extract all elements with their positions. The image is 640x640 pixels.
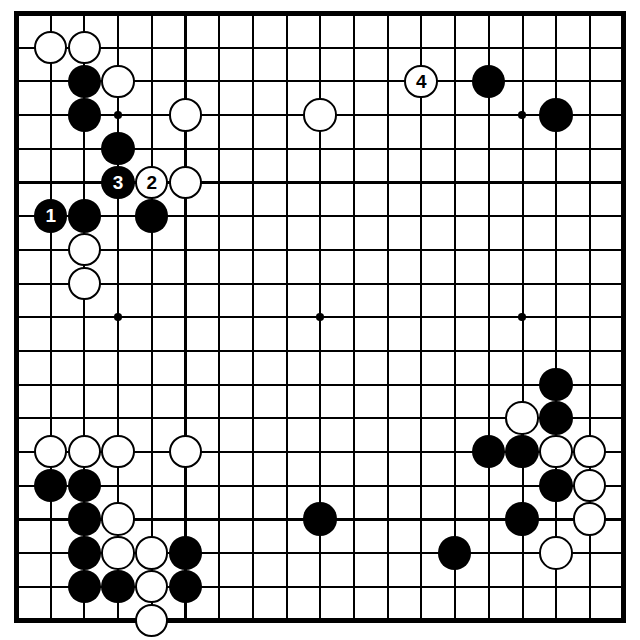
black-stone xyxy=(101,132,134,165)
white-stone-cell xyxy=(168,165,202,199)
white-stone xyxy=(505,401,538,434)
black-stone-cell xyxy=(539,469,573,503)
black-stone xyxy=(68,536,101,569)
white-stone xyxy=(34,435,67,468)
black-stone xyxy=(68,570,101,603)
white-stone-cell xyxy=(573,469,607,503)
white-stone xyxy=(101,65,134,98)
white-stone xyxy=(68,435,101,468)
white-stone-cell xyxy=(67,267,101,301)
board-grid: 4321 xyxy=(0,0,640,637)
white-stone-cell: 4 xyxy=(404,64,438,98)
white-stone xyxy=(169,98,202,131)
black-stone-cell xyxy=(438,536,472,570)
star-point-dot xyxy=(518,111,526,119)
white-stone xyxy=(101,502,134,535)
black-stone-cell xyxy=(67,64,101,98)
white-stone-cell xyxy=(101,435,135,469)
star-point-dot xyxy=(518,313,526,321)
white-stone-cell xyxy=(135,603,169,637)
star-point-dot xyxy=(316,313,324,321)
star-point xyxy=(101,98,135,132)
black-stone xyxy=(472,65,505,98)
black-stone-cell xyxy=(303,502,337,536)
black-stone: 1 xyxy=(34,199,67,232)
white-stone-cell: 2 xyxy=(135,165,169,199)
white-stone-cell xyxy=(573,502,607,536)
black-stone-cell xyxy=(101,132,135,166)
black-stone-cell xyxy=(539,401,573,435)
black-stone xyxy=(135,199,168,232)
white-stone-cell xyxy=(101,502,135,536)
black-stone-cell xyxy=(34,469,68,503)
black-stone-cell xyxy=(472,64,506,98)
white-stone-cell xyxy=(505,401,539,435)
black-stone-cell xyxy=(67,570,101,604)
white-stone: 4 xyxy=(404,65,437,98)
white-stone xyxy=(303,98,336,131)
white-stone xyxy=(68,31,101,64)
black-stone-cell xyxy=(67,469,101,503)
white-stone xyxy=(573,469,606,502)
white-stone xyxy=(135,570,168,603)
white-stone xyxy=(68,233,101,266)
white-stone-cell xyxy=(135,570,169,604)
black-stone xyxy=(539,469,572,502)
black-stone xyxy=(505,502,538,535)
black-stone-cell xyxy=(135,199,169,233)
move-number: 3 xyxy=(113,172,123,191)
white-stone xyxy=(169,166,202,199)
black-stone xyxy=(472,435,505,468)
white-stone-cell xyxy=(34,31,68,65)
white-stone-cell xyxy=(168,98,202,132)
white-stone-cell xyxy=(135,536,169,570)
white-stone xyxy=(169,435,202,468)
white-stone xyxy=(573,435,606,468)
black-stone xyxy=(34,469,67,502)
white-stone-cell xyxy=(67,435,101,469)
white-stone-cell xyxy=(67,233,101,267)
white-stone-cell xyxy=(67,31,101,65)
star-point-dot xyxy=(114,313,122,321)
black-stone-cell xyxy=(67,536,101,570)
white-stone-cell xyxy=(303,98,337,132)
white-stone-cell xyxy=(101,536,135,570)
black-stone-cell xyxy=(539,98,573,132)
star-point xyxy=(505,300,539,334)
star-point-dot xyxy=(114,111,122,119)
black-stone xyxy=(303,502,336,535)
black-stone-cell xyxy=(101,570,135,604)
black-stone-cell xyxy=(472,435,506,469)
white-stone-cell xyxy=(101,64,135,98)
move-number: 1 xyxy=(45,206,55,225)
black-stone xyxy=(539,401,572,434)
white-stone-cell xyxy=(573,435,607,469)
move-number: 4 xyxy=(416,71,426,90)
white-stone-cell xyxy=(168,435,202,469)
black-stone xyxy=(68,469,101,502)
black-stone xyxy=(169,570,202,603)
go-board-diagram: 4321 xyxy=(0,0,640,640)
black-stone xyxy=(169,536,202,569)
black-stone xyxy=(68,199,101,232)
white-stone xyxy=(539,435,572,468)
white-stone-cell xyxy=(539,435,573,469)
white-stone xyxy=(573,502,606,535)
black-stone-cell xyxy=(168,570,202,604)
white-stone: 2 xyxy=(135,166,168,199)
black-stone xyxy=(68,502,101,535)
white-stone xyxy=(34,31,67,64)
black-stone-cell xyxy=(67,98,101,132)
black-stone-cell: 1 xyxy=(34,199,68,233)
black-stone-cell xyxy=(539,368,573,402)
white-stone-cell xyxy=(539,536,573,570)
black-stone-cell xyxy=(505,435,539,469)
black-stone xyxy=(101,570,134,603)
black-stone-cell xyxy=(67,199,101,233)
white-stone xyxy=(135,536,168,569)
black-stone xyxy=(438,536,471,569)
white-stone xyxy=(539,536,572,569)
black-stone-cell xyxy=(67,502,101,536)
black-stone xyxy=(505,435,538,468)
black-stone xyxy=(539,368,572,401)
black-stone-cell xyxy=(505,502,539,536)
black-stone: 3 xyxy=(101,166,134,199)
star-point xyxy=(101,300,135,334)
black-stone xyxy=(68,98,101,131)
star-point xyxy=(303,300,337,334)
star-point xyxy=(505,98,539,132)
black-stone xyxy=(68,65,101,98)
white-stone xyxy=(135,604,168,637)
black-stone-cell xyxy=(168,536,202,570)
white-stone xyxy=(68,267,101,300)
white-stone xyxy=(101,536,134,569)
white-stone xyxy=(101,435,134,468)
black-stone xyxy=(539,98,572,131)
black-stone-cell: 3 xyxy=(101,165,135,199)
move-number: 2 xyxy=(147,172,157,191)
white-stone-cell xyxy=(34,435,68,469)
